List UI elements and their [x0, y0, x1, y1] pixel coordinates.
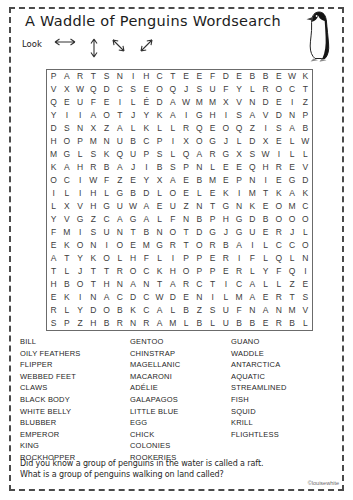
worksheet-page: A Waddle of Penguins Wordsearch Look PAR… [0, 0, 353, 500]
word-list-item: KRILL [231, 417, 336, 429]
grid-cell: L [259, 278, 272, 291]
grid-cell: E [180, 187, 193, 200]
grid-cell: V [47, 83, 60, 96]
grid-cell: M [140, 239, 153, 252]
grid-cell: P [60, 317, 73, 330]
grid-cell: P [140, 148, 153, 161]
grid-cell: I [74, 291, 87, 304]
grid-cell: R [206, 239, 219, 252]
word-list-item: OILY FEATHERS [20, 348, 130, 360]
grid-cell: R [87, 161, 100, 174]
grid-cell: G [233, 226, 246, 239]
grid-cell: L [60, 304, 73, 317]
grid-cell: O [153, 83, 166, 96]
word-list-item: FISH [231, 394, 336, 406]
grid-cell: P [180, 252, 193, 265]
grid-cell: K [299, 187, 312, 200]
grid-cell: N [246, 174, 259, 187]
grid-cell: X [233, 148, 246, 161]
grid-cell: S [246, 148, 259, 161]
grid-cell: E [180, 70, 193, 83]
grid-cell: L [272, 278, 285, 291]
grid-cell: E [140, 83, 153, 96]
grid-cell: S [233, 109, 246, 122]
grid-cell: A [113, 213, 126, 226]
grid-cell: O [113, 239, 126, 252]
grid-cell: E [60, 96, 73, 109]
grid-cell: A [140, 200, 153, 213]
grid-cell: X [259, 135, 272, 148]
penguin-icon [297, 8, 341, 64]
grid-cell: T [299, 83, 312, 96]
grid-cell: P [180, 161, 193, 174]
grid-cell: J [180, 83, 193, 96]
grid-cell: D [127, 291, 140, 304]
grid-cell: R [259, 83, 272, 96]
word-list-item: CLAWS [20, 382, 130, 394]
grid-cell: A [246, 109, 259, 122]
grid-cell: G [127, 213, 140, 226]
grid-cell: I [74, 109, 87, 122]
grid-cell: J [219, 226, 232, 239]
grid-cell: I [140, 161, 153, 174]
grid-cell: L [206, 317, 219, 330]
grid-cell: H [47, 135, 60, 148]
grid-cell: L [233, 135, 246, 148]
grid-cell: V [233, 96, 246, 109]
grid-cell: M [47, 148, 60, 161]
grid-cell: K [299, 70, 312, 83]
grid-cell: Z [74, 317, 87, 330]
grid-cell: I [259, 122, 272, 135]
grid-cell: T [47, 265, 60, 278]
grid-cell: A [87, 109, 100, 122]
grid-cell: T [60, 252, 73, 265]
grid-cell: E [206, 187, 219, 200]
grid-cell: H [140, 70, 153, 83]
grid-cell: K [100, 148, 113, 161]
grid-cell: K [60, 239, 73, 252]
grid-cell: C [286, 239, 299, 252]
grid-cell: S [206, 304, 219, 317]
grid-cell: C [286, 83, 299, 96]
grid-cell: A [153, 304, 166, 317]
word-list-item: SQUID [231, 406, 336, 418]
diagonal-down-arrow-icon [109, 36, 128, 55]
grid-cell: Z [286, 278, 299, 291]
grid-cell: N [246, 96, 259, 109]
word-list-item: FLIGHTLESS [231, 429, 336, 441]
grid-cell: G [193, 109, 206, 122]
grid-cell: M [193, 96, 206, 109]
grid-cell: K [153, 265, 166, 278]
word-column: BILLOILY FEATHERSFLIPPERWEBBED FEETCLAWS… [20, 336, 130, 464]
grid-cell: O [74, 239, 87, 252]
grid-cell: R [180, 122, 193, 135]
grid-cell: B [100, 161, 113, 174]
grid-cell: N [140, 278, 153, 291]
grid-cell: B [153, 161, 166, 174]
grid-cell: A [113, 122, 126, 135]
grid-cell: I [74, 174, 87, 187]
word-list-item: EMPEROR [20, 429, 130, 441]
grid-cell: F [219, 83, 232, 96]
grid-cell: H [87, 187, 100, 200]
grid-cell: B [100, 317, 113, 330]
grid-cell: Y [259, 265, 272, 278]
grid-cell: G [219, 200, 232, 213]
grid-cell: L [299, 226, 312, 239]
grid-cell: D [193, 226, 206, 239]
word-column: GUANOWADDLEANTARCTICAAQUATICSTREAMLINEDF… [231, 336, 336, 464]
grid-cell: O [100, 304, 113, 317]
grid-cell: H [100, 278, 113, 291]
grid-cell: B [259, 70, 272, 83]
grid-cell: É [140, 96, 153, 109]
grid-cell: C [113, 83, 126, 96]
grid-cell: D [87, 304, 100, 317]
grid-cell: M [60, 226, 73, 239]
grid-cell: B [127, 187, 140, 200]
grid-cell: J [219, 135, 232, 148]
grid-cell: K [60, 291, 73, 304]
grid-cell: I [206, 291, 219, 304]
grid-cell: I [74, 226, 87, 239]
grid-cell: S [47, 317, 60, 330]
grid-cell: H [166, 265, 179, 278]
grid-cell: H [87, 200, 100, 213]
grid-cell: I [113, 96, 126, 109]
grid-cell: F [100, 174, 113, 187]
grid-cell: I [259, 174, 272, 187]
grid-cell: X [60, 200, 73, 213]
grid-cell: I [219, 278, 232, 291]
page-title: A Waddle of Penguins Wordsearch [22, 13, 284, 29]
grid-cell: N [180, 213, 193, 226]
grid-cell: Z [193, 304, 206, 317]
grid-cell: H [127, 252, 140, 265]
grid-cell: D [246, 135, 259, 148]
grid-cell: I [272, 148, 285, 161]
grid-cell: A [47, 252, 60, 265]
grid-cell: W [259, 148, 272, 161]
grid-cell: B [286, 317, 299, 330]
grid-cell: Z [180, 200, 193, 213]
grid-cell: Y [233, 83, 246, 96]
grid-cell: O [74, 278, 87, 291]
grid-cell: B [180, 304, 193, 317]
grid-cell: A [127, 278, 140, 291]
grid-cell: S [60, 122, 73, 135]
grid-cell: U [219, 317, 232, 330]
grid-cell: B [299, 122, 312, 135]
grid-cell: Q [286, 265, 299, 278]
grid-cell: R [219, 252, 232, 265]
grid-cell: I [233, 187, 246, 200]
grid-cell: E [180, 174, 193, 187]
grid-cell: X [87, 122, 100, 135]
grid-cell: I [74, 187, 87, 200]
grid-cell: T [166, 70, 179, 83]
grid-cell: L [206, 161, 219, 174]
grid-cell: O [219, 122, 232, 135]
grid-cell: A [166, 96, 179, 109]
grid-cell: E [259, 200, 272, 213]
grid-cell: R [206, 148, 219, 161]
grid-cell: T [87, 265, 100, 278]
grid-cell: B [259, 213, 272, 226]
grid-cell: L [180, 317, 193, 330]
grid-cell: A [166, 174, 179, 187]
grid-cell: S [272, 122, 285, 135]
grid-cell: G [100, 200, 113, 213]
grid-cell: Y [47, 109, 60, 122]
grid-cell: T [206, 200, 219, 213]
grid-cell: N [87, 291, 100, 304]
grid-cell: N [193, 200, 206, 213]
grid-cell: L [286, 148, 299, 161]
grid-cell: F [47, 226, 60, 239]
grid-cell: E [193, 70, 206, 83]
grid-cell: F [272, 265, 285, 278]
grid-cell: B [140, 226, 153, 239]
grid-cell: L [47, 200, 60, 213]
grid-cell: R [272, 226, 285, 239]
grid-cell: C [233, 278, 246, 291]
grid-cell: R [140, 317, 153, 330]
grid-cell: R [233, 265, 246, 278]
grid-cell: Q [180, 148, 193, 161]
grid-cell: F [206, 70, 219, 83]
grid-cell: P [193, 265, 206, 278]
word-list-item: WADDLE [231, 348, 336, 360]
grid-cell: W [286, 70, 299, 83]
grid-cell: L [259, 239, 272, 252]
grid-cell: O [299, 239, 312, 252]
word-list-item: GALAPAGOS [130, 394, 231, 406]
grid-cell: N [286, 109, 299, 122]
grid-cell: W [87, 174, 100, 187]
grid-cell: O [100, 109, 113, 122]
grid-cell: L [60, 265, 73, 278]
grid-cell: S [193, 83, 206, 96]
grid-cell: T [127, 226, 140, 239]
grid-cell: N [113, 226, 126, 239]
grid-cell: O [166, 187, 179, 200]
vertical-arrow-icon [88, 36, 100, 60]
grid-cell: U [219, 304, 232, 317]
grid-cell: H [206, 109, 219, 122]
word-list: BILLOILY FEATHERSFLIPPERWEBBED FEETCLAWS… [20, 336, 336, 464]
grid-cell: T [180, 226, 193, 239]
word-list-item: ADÉLIE [130, 382, 231, 394]
grid-cell: S [153, 148, 166, 161]
grid-cell: E [259, 317, 272, 330]
grid-cell: B [233, 317, 246, 330]
grid-cell: N [74, 122, 87, 135]
grid-cell: E [272, 96, 285, 109]
grid-cell: T [113, 109, 126, 122]
grid-cell: Q [113, 148, 126, 161]
grid-cell: I [286, 96, 299, 109]
grid-cell: C [140, 304, 153, 317]
grid-cell: Z [299, 96, 312, 109]
word-list-item: EGG [130, 417, 231, 429]
grid-cell: B [246, 317, 259, 330]
grid-cell: C [140, 291, 153, 304]
grid-cell: O [272, 213, 285, 226]
grid-cell: G [206, 135, 219, 148]
grid-cell: E [180, 291, 193, 304]
grid-cell: M [206, 174, 219, 187]
grid-cell: L [153, 213, 166, 226]
grid-cell: L [100, 187, 113, 200]
grid-cell: E [127, 174, 140, 187]
grid-cell: G [60, 148, 73, 161]
grid-cell: L [113, 252, 126, 265]
grid-cell: X [60, 83, 73, 96]
grid-cell: L [259, 252, 272, 265]
grid-cell: N [233, 200, 246, 213]
grid-cell: Y [74, 304, 87, 317]
grid-cell: R [113, 317, 126, 330]
word-list-item: MACARONI [130, 371, 231, 383]
grid-cell: T [180, 239, 193, 252]
grid-cell: T [87, 70, 100, 83]
grid-cell: O [180, 265, 193, 278]
grid-cell: D [47, 122, 60, 135]
grid-cell: I [60, 109, 73, 122]
grid-cell: L [286, 135, 299, 148]
word-list-item: ANTARCTICA [231, 359, 336, 371]
grid-cell: N [113, 70, 126, 83]
grid-cell: B [193, 213, 206, 226]
grid-cell: W [127, 200, 140, 213]
grid-cell: F [246, 252, 259, 265]
grid-cell: L [246, 83, 259, 96]
grid-cell: N [193, 291, 206, 304]
grid-cell: S [87, 148, 100, 161]
wordsearch-grid: PARTSNIHCTEEFDEBBEWKVXWQDCSEOQJSUFYLROCT… [46, 69, 313, 331]
grid-cell: E [219, 265, 232, 278]
grid-cell: L [166, 148, 179, 161]
grid-cell: Y [140, 174, 153, 187]
grid-cell: W [153, 291, 166, 304]
grid-cell: B [127, 135, 140, 148]
grid-cell: A [100, 291, 113, 304]
word-list-item: BLACK BODY [20, 394, 130, 406]
grid-cell: Y [140, 109, 153, 122]
grid-cell: E [299, 278, 312, 291]
grid-cell: U [113, 135, 126, 148]
grid-cell: U [100, 226, 113, 239]
grid-cell: M [246, 187, 259, 200]
grid-cell: E [259, 291, 272, 304]
footer-fact: Did you know a group of penguins in the … [20, 459, 263, 470]
grid-cell: L [246, 265, 259, 278]
grid-cell: K [153, 109, 166, 122]
grid-cell: P [47, 70, 60, 83]
grid-cell: T [286, 291, 299, 304]
word-list-item: WHITE BELLY [20, 406, 130, 418]
credit: ©louisewhite [308, 480, 339, 486]
grid-cell: J [127, 109, 140, 122]
grid-cell: O [193, 239, 206, 252]
grid-cell: I [127, 70, 140, 83]
grid-cell: B [193, 317, 206, 330]
word-list-item: MAGELLANIC [130, 359, 231, 371]
look-directions: Look [22, 36, 156, 60]
grid-cell: E [127, 239, 140, 252]
grid-cell: U [113, 200, 126, 213]
grid-cell: X [180, 135, 193, 148]
look-label: Look [22, 36, 42, 49]
grid-cell: I [246, 239, 259, 252]
grid-cell: J [286, 226, 299, 239]
grid-cell: M [286, 200, 299, 213]
grid-cell: E [272, 174, 285, 187]
grid-cell: R [74, 70, 87, 83]
grid-cell: R [272, 161, 285, 174]
grid-cell: N [127, 317, 140, 330]
grid-cell: M [87, 135, 100, 148]
grid-cell: K [246, 200, 259, 213]
grid-cell: Y [74, 252, 87, 265]
grid-cell: L [219, 291, 232, 304]
grid-cell: Z [100, 122, 113, 135]
grid-cell: E [206, 122, 219, 135]
grid-cell: W [180, 96, 193, 109]
grid-cell: S [166, 161, 179, 174]
grid-cell: R [180, 278, 193, 291]
grid-cell: Z [87, 213, 100, 226]
word-list-item: AQUATIC [231, 371, 336, 383]
grid-cell: P [153, 135, 166, 148]
grid-cell: N [153, 226, 166, 239]
grid-cell: L [153, 252, 166, 265]
grid-cell: E [206, 252, 219, 265]
grid-cell: A [60, 70, 73, 83]
word-list-item: STREAMLINED [231, 382, 336, 394]
word-list-item: GENTOO [130, 336, 231, 348]
grid-cell: D [219, 70, 232, 83]
grid-cell: D [259, 96, 272, 109]
grid-cell: V [74, 200, 87, 213]
grid-cell: E [100, 96, 113, 109]
grid-cell: G [219, 148, 232, 161]
grid-cell: A [246, 278, 259, 291]
grid-cell: U [127, 148, 140, 161]
grid-cell: L [127, 96, 140, 109]
grid-cell: M [286, 304, 299, 317]
grid-cell: Q [233, 122, 246, 135]
grid-cell: E [47, 291, 60, 304]
word-list-item: KING [20, 440, 130, 452]
grid-cell: O [299, 213, 312, 226]
grid-cell: M [206, 96, 219, 109]
grid-cell: S [100, 70, 113, 83]
grid-cell: G [153, 239, 166, 252]
grid-cell: U [206, 83, 219, 96]
grid-cell: D [140, 187, 153, 200]
grid-cell: K [140, 122, 153, 135]
grid-cell: P [206, 265, 219, 278]
grid-cell: H [74, 161, 87, 174]
grid-cell: S [87, 226, 100, 239]
grid-cell: K [219, 187, 232, 200]
grid-cell: A [259, 304, 272, 317]
word-list-item: GUANO [231, 336, 336, 348]
